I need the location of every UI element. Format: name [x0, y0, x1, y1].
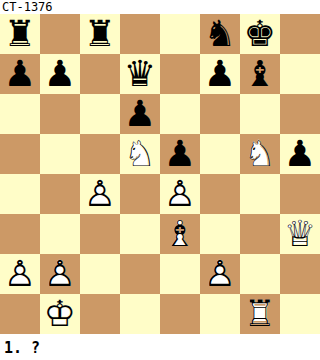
piece-outline: ♙ — [160, 174, 200, 214]
piece-black-rook-a8[interactable]: ♜ — [0, 14, 40, 54]
square-f5[interactable] — [200, 134, 240, 174]
square-e8[interactable] — [160, 14, 200, 54]
square-b1[interactable]: ♚♔ — [40, 294, 80, 334]
square-f2[interactable]: ♟♙ — [200, 254, 240, 294]
square-a1[interactable] — [0, 294, 40, 334]
piece-white-queen-h3[interactable]: ♛♕ — [280, 214, 320, 254]
square-f7[interactable]: ♟ — [200, 54, 240, 94]
square-e5[interactable]: ♟ — [160, 134, 200, 174]
square-g8[interactable]: ♚ — [240, 14, 280, 54]
square-e1[interactable] — [160, 294, 200, 334]
piece-black-pawn-h5[interactable]: ♟ — [280, 134, 320, 174]
piece-black-king-g8[interactable]: ♚ — [240, 14, 280, 54]
piece-black-pawn-b7[interactable]: ♟ — [40, 54, 80, 94]
piece-white-pawn-f2[interactable]: ♟♙ — [200, 254, 240, 294]
square-h3[interactable]: ♛♕ — [280, 214, 320, 254]
piece-black-rook-c8[interactable]: ♜ — [80, 14, 120, 54]
square-b6[interactable] — [40, 94, 80, 134]
piece-outline: ♙ — [40, 254, 80, 294]
piece-white-pawn-e4[interactable]: ♟♙ — [160, 174, 200, 214]
piece-outline: ♙ — [0, 254, 40, 294]
puzzle-id: CT-1376 — [0, 0, 320, 14]
square-a3[interactable] — [0, 214, 40, 254]
square-d6[interactable]: ♟ — [120, 94, 160, 134]
square-h8[interactable] — [280, 14, 320, 54]
square-f8[interactable]: ♞ — [200, 14, 240, 54]
piece-black-queen-d7[interactable]: ♛ — [120, 54, 160, 94]
square-b5[interactable] — [40, 134, 80, 174]
piece-outline: ♕ — [280, 214, 320, 254]
square-c7[interactable] — [80, 54, 120, 94]
piece-black-pawn-a7[interactable]: ♟ — [0, 54, 40, 94]
square-b2[interactable]: ♟♙ — [40, 254, 80, 294]
square-e6[interactable] — [160, 94, 200, 134]
square-e2[interactable] — [160, 254, 200, 294]
piece-black-pawn-e5[interactable]: ♟ — [160, 134, 200, 174]
square-g1[interactable]: ♜♖ — [240, 294, 280, 334]
square-h6[interactable] — [280, 94, 320, 134]
chess-puzzle-app: CT-1376 ♜♜♞♚♟♟♛♟♝♟♞♘♟♞♘♟♟♙♟♙♝♗♛♕♟♙♟♙♟♙♚♔… — [0, 0, 320, 360]
square-e4[interactable]: ♟♙ — [160, 174, 200, 214]
piece-white-king-b1[interactable]: ♚♔ — [40, 294, 80, 334]
piece-outline: ♖ — [240, 294, 280, 334]
square-f1[interactable] — [200, 294, 240, 334]
square-f3[interactable] — [200, 214, 240, 254]
square-c2[interactable] — [80, 254, 120, 294]
square-g5[interactable]: ♞♘ — [240, 134, 280, 174]
square-f6[interactable] — [200, 94, 240, 134]
square-g2[interactable] — [240, 254, 280, 294]
piece-black-pawn-f7[interactable]: ♟ — [200, 54, 240, 94]
square-b8[interactable] — [40, 14, 80, 54]
square-b7[interactable]: ♟ — [40, 54, 80, 94]
square-g7[interactable]: ♝ — [240, 54, 280, 94]
square-h5[interactable]: ♟ — [280, 134, 320, 174]
square-d3[interactable] — [120, 214, 160, 254]
square-d5[interactable]: ♞♘ — [120, 134, 160, 174]
square-h7[interactable] — [280, 54, 320, 94]
square-b4[interactable] — [40, 174, 80, 214]
square-d4[interactable] — [120, 174, 160, 214]
piece-white-pawn-b2[interactable]: ♟♙ — [40, 254, 80, 294]
square-c3[interactable] — [80, 214, 120, 254]
square-g4[interactable] — [240, 174, 280, 214]
piece-outline: ♘ — [240, 134, 280, 174]
piece-black-bishop-g7[interactable]: ♝ — [240, 54, 280, 94]
square-h1[interactable] — [280, 294, 320, 334]
square-a2[interactable]: ♟♙ — [0, 254, 40, 294]
square-c4[interactable]: ♟♙ — [80, 174, 120, 214]
move-prompt: 1. ? — [0, 334, 320, 357]
square-e7[interactable] — [160, 54, 200, 94]
piece-white-knight-g5[interactable]: ♞♘ — [240, 134, 280, 174]
piece-white-pawn-a2[interactable]: ♟♙ — [0, 254, 40, 294]
piece-outline: ♗ — [160, 214, 200, 254]
square-c8[interactable]: ♜ — [80, 14, 120, 54]
piece-white-bishop-e3[interactable]: ♝♗ — [160, 214, 200, 254]
piece-black-pawn-d6[interactable]: ♟ — [120, 94, 160, 134]
piece-white-knight-d5[interactable]: ♞♘ — [120, 134, 160, 174]
square-c1[interactable] — [80, 294, 120, 334]
piece-outline: ♙ — [80, 174, 120, 214]
square-a7[interactable]: ♟ — [0, 54, 40, 94]
square-a8[interactable]: ♜ — [0, 14, 40, 54]
piece-outline: ♘ — [120, 134, 160, 174]
square-d8[interactable] — [120, 14, 160, 54]
square-g6[interactable] — [240, 94, 280, 134]
square-a4[interactable] — [0, 174, 40, 214]
square-a5[interactable] — [0, 134, 40, 174]
square-d7[interactable]: ♛ — [120, 54, 160, 94]
piece-white-rook-g1[interactable]: ♜♖ — [240, 294, 280, 334]
piece-black-knight-f8[interactable]: ♞ — [200, 14, 240, 54]
square-h4[interactable] — [280, 174, 320, 214]
square-f4[interactable] — [200, 174, 240, 214]
square-h2[interactable] — [280, 254, 320, 294]
square-c6[interactable] — [80, 94, 120, 134]
square-c5[interactable] — [80, 134, 120, 174]
square-b3[interactable] — [40, 214, 80, 254]
square-d2[interactable] — [120, 254, 160, 294]
square-g3[interactable] — [240, 214, 280, 254]
square-d1[interactable] — [120, 294, 160, 334]
piece-outline: ♙ — [200, 254, 240, 294]
piece-outline: ♔ — [40, 294, 80, 334]
piece-white-pawn-c4[interactable]: ♟♙ — [80, 174, 120, 214]
square-a6[interactable] — [0, 94, 40, 134]
square-e3[interactable]: ♝♗ — [160, 214, 200, 254]
chess-board: ♜♜♞♚♟♟♛♟♝♟♞♘♟♞♘♟♟♙♟♙♝♗♛♕♟♙♟♙♟♙♚♔♜♖ — [0, 14, 320, 334]
